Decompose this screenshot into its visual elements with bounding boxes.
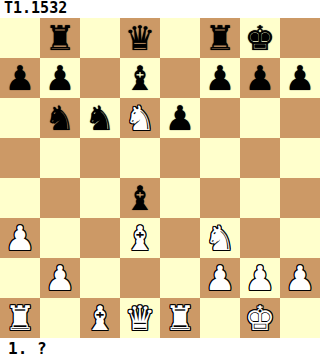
white-pawn: ♟ [5, 218, 35, 258]
black-pawn: ♟ [245, 58, 275, 98]
square-a8[interactable] [0, 18, 40, 58]
white-pawn: ♟ [245, 258, 275, 298]
square-f3[interactable]: ♞ [200, 218, 240, 258]
square-h2[interactable]: ♟ [280, 258, 320, 298]
square-g6[interactable] [240, 98, 280, 138]
white-knight: ♞ [125, 98, 155, 138]
white-queen: ♛ [125, 298, 155, 338]
black-bishop: ♝ [125, 178, 155, 218]
square-a2[interactable] [0, 258, 40, 298]
black-knight: ♞ [45, 98, 75, 138]
square-b2[interactable]: ♟ [40, 258, 80, 298]
square-a4[interactable] [0, 178, 40, 218]
square-b1[interactable] [40, 298, 80, 338]
square-g4[interactable] [240, 178, 280, 218]
square-b8[interactable]: ♜ [40, 18, 80, 58]
black-pawn: ♟ [5, 58, 35, 98]
square-h7[interactable]: ♟ [280, 58, 320, 98]
square-f8[interactable]: ♜ [200, 18, 240, 58]
white-pawn: ♟ [45, 258, 75, 298]
square-d7[interactable]: ♝ [120, 58, 160, 98]
black-knight: ♞ [85, 98, 115, 138]
square-a6[interactable] [0, 98, 40, 138]
square-g1[interactable]: ♚ [240, 298, 280, 338]
square-a5[interactable] [0, 138, 40, 178]
square-c5[interactable] [80, 138, 120, 178]
black-pawn: ♟ [285, 58, 315, 98]
black-pawn: ♟ [205, 58, 235, 98]
square-c1[interactable]: ♝ [80, 298, 120, 338]
white-king: ♚ [245, 298, 275, 338]
square-d4[interactable]: ♝ [120, 178, 160, 218]
square-c2[interactable] [80, 258, 120, 298]
square-c4[interactable] [80, 178, 120, 218]
white-pawn: ♟ [205, 258, 235, 298]
black-rook: ♜ [45, 18, 75, 58]
square-e8[interactable] [160, 18, 200, 58]
white-bishop: ♝ [125, 218, 155, 258]
square-e3[interactable] [160, 218, 200, 258]
square-f4[interactable] [200, 178, 240, 218]
square-h5[interactable] [280, 138, 320, 178]
square-f5[interactable] [200, 138, 240, 178]
white-rook: ♜ [165, 298, 195, 338]
square-b7[interactable]: ♟ [40, 58, 80, 98]
square-a1[interactable]: ♜ [0, 298, 40, 338]
black-king: ♚ [245, 18, 275, 58]
square-f1[interactable] [200, 298, 240, 338]
black-pawn: ♟ [165, 98, 195, 138]
square-g7[interactable]: ♟ [240, 58, 280, 98]
square-d1[interactable]: ♛ [120, 298, 160, 338]
white-pawn: ♟ [285, 258, 315, 298]
square-b4[interactable] [40, 178, 80, 218]
square-e4[interactable] [160, 178, 200, 218]
square-g3[interactable] [240, 218, 280, 258]
square-c6[interactable]: ♞ [80, 98, 120, 138]
black-pawn: ♟ [45, 58, 75, 98]
square-a3[interactable]: ♟ [0, 218, 40, 258]
square-g5[interactable] [240, 138, 280, 178]
square-g8[interactable]: ♚ [240, 18, 280, 58]
square-a7[interactable]: ♟ [0, 58, 40, 98]
square-f6[interactable] [200, 98, 240, 138]
puzzle-id-label: T1.1532 [0, 0, 320, 18]
square-d2[interactable] [120, 258, 160, 298]
white-rook: ♜ [5, 298, 35, 338]
square-h4[interactable] [280, 178, 320, 218]
square-b6[interactable]: ♞ [40, 98, 80, 138]
move-prompt-label: 1. ? [0, 338, 320, 360]
square-e2[interactable] [160, 258, 200, 298]
chess-board: ♜♛♜♚♟♟♝♟♟♟♞♞♞♟♝♟♝♞♟♟♟♟♜♝♛♜♚ [0, 18, 320, 338]
white-bishop: ♝ [85, 298, 115, 338]
square-f2[interactable]: ♟ [200, 258, 240, 298]
square-d6[interactable]: ♞ [120, 98, 160, 138]
square-h1[interactable] [280, 298, 320, 338]
square-d8[interactable]: ♛ [120, 18, 160, 58]
square-g2[interactable]: ♟ [240, 258, 280, 298]
square-h6[interactable] [280, 98, 320, 138]
square-e6[interactable]: ♟ [160, 98, 200, 138]
square-c8[interactable] [80, 18, 120, 58]
square-h8[interactable] [280, 18, 320, 58]
square-c3[interactable] [80, 218, 120, 258]
black-queen: ♛ [125, 18, 155, 58]
square-h3[interactable] [280, 218, 320, 258]
square-e5[interactable] [160, 138, 200, 178]
chess-puzzle-window: T1.1532 ♜♛♜♚♟♟♝♟♟♟♞♞♞♟♝♟♝♞♟♟♟♟♜♝♛♜♚ 1. ? [0, 0, 320, 360]
square-e7[interactable] [160, 58, 200, 98]
square-b3[interactable] [40, 218, 80, 258]
white-knight: ♞ [205, 218, 235, 258]
black-bishop: ♝ [125, 58, 155, 98]
square-c7[interactable] [80, 58, 120, 98]
square-f7[interactable]: ♟ [200, 58, 240, 98]
square-b5[interactable] [40, 138, 80, 178]
square-d5[interactable] [120, 138, 160, 178]
black-rook: ♜ [205, 18, 235, 58]
square-e1[interactable]: ♜ [160, 298, 200, 338]
square-d3[interactable]: ♝ [120, 218, 160, 258]
